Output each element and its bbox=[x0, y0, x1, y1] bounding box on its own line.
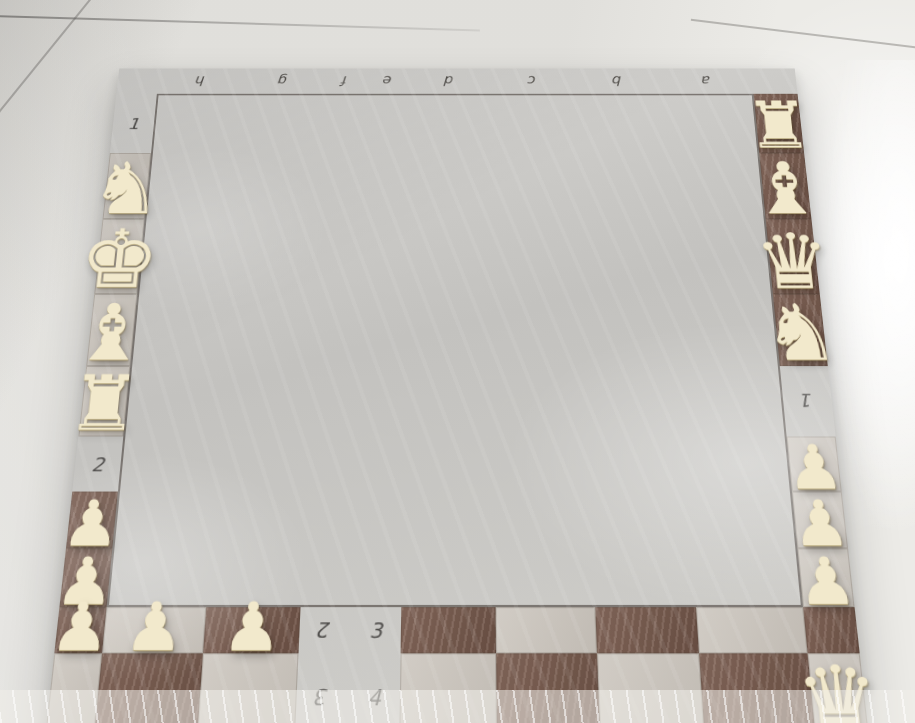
file-label-top-a: a bbox=[660, 68, 754, 93]
square-d4[interactable]: ♛ bbox=[808, 653, 870, 723]
piece-white-queen-d4: ♛ bbox=[793, 653, 886, 723]
file-label-top-e: e bbox=[366, 68, 410, 93]
square-h3[interactable] bbox=[401, 607, 496, 653]
table-edge-seam-right bbox=[691, 19, 915, 51]
file-label-top-b: b bbox=[575, 68, 662, 93]
square-f3[interactable] bbox=[596, 607, 699, 653]
square-f2[interactable]: ♟ bbox=[792, 492, 848, 549]
square-f1[interactable]: ♝ bbox=[759, 153, 811, 219]
square-d1[interactable]: ♛ bbox=[766, 219, 820, 294]
rank-label-left-4: 4 bbox=[347, 653, 401, 723]
file-label-top-h: h bbox=[157, 68, 244, 93]
playing-area-frame bbox=[107, 94, 804, 607]
rank-label-left-1: 1 bbox=[110, 94, 157, 153]
square-h4[interactable] bbox=[399, 653, 497, 723]
file-label-top-d: d bbox=[410, 68, 491, 93]
piece-white-pawn-c2: ♟ bbox=[48, 593, 114, 660]
piece-white-bishop-f1: ♝ bbox=[746, 153, 825, 224]
square-f4[interactable] bbox=[597, 653, 704, 723]
square-g3[interactable] bbox=[496, 607, 598, 653]
board-perspective-wrap: hgfedcba1♜♞♝♚♛♝♞♜12♟♟♟♟♟♟♟♟2334♛45♛5667♟… bbox=[45, 68, 868, 723]
square-h1[interactable]: ♜ bbox=[753, 94, 804, 153]
square-c1[interactable]: ♝ bbox=[86, 294, 137, 366]
piece-white-pawn-a2: ♟ bbox=[221, 593, 284, 660]
square-b2[interactable]: ♟ bbox=[102, 607, 206, 653]
square-e1[interactable]: ♚ bbox=[94, 219, 144, 294]
photo-scene: hgfedcba1♜♞♝♚♛♝♞♜12♟♟♟♟♟♟♟♟2334♛45♛5667♟… bbox=[0, 0, 915, 723]
square-g1[interactable]: ♞ bbox=[103, 153, 151, 219]
table-corner-seam bbox=[0, 0, 106, 137]
square-a2[interactable]: ♟ bbox=[203, 607, 300, 653]
square-h2[interactable]: ♟ bbox=[787, 437, 842, 492]
square-c2[interactable]: ♟ bbox=[54, 607, 106, 653]
piece-white-pawn-b2: ♟ bbox=[122, 593, 187, 660]
file-label-top-f: f bbox=[323, 68, 367, 93]
square-d2[interactable]: ♟ bbox=[797, 548, 854, 607]
square-g4[interactable] bbox=[496, 653, 601, 723]
square-b1[interactable]: ♞ bbox=[773, 294, 828, 366]
square-g2[interactable]: ♟ bbox=[66, 492, 118, 549]
piece-white-rook-a1: ♜ bbox=[64, 366, 144, 442]
rank-label-right-2: 2 bbox=[299, 607, 351, 653]
rank-label-right-3: 3 bbox=[295, 653, 350, 723]
piece-white-knight-b1: ♞ bbox=[759, 294, 842, 372]
board-corner-top-left bbox=[116, 68, 159, 93]
file-label-top-c: c bbox=[490, 68, 576, 93]
file-label-top-g: g bbox=[242, 68, 324, 93]
square-a1[interactable]: ♜ bbox=[78, 366, 130, 436]
rank-label-left-3: 3 bbox=[350, 607, 402, 653]
chessboard: hgfedcba1♜♞♝♚♛♝♞♜12♟♟♟♟♟♟♟♟2334♛45♛5667♟… bbox=[45, 68, 868, 723]
piece-white-pawn-d2: ♟ bbox=[794, 548, 859, 613]
table-edge-seam bbox=[0, 15, 480, 32]
